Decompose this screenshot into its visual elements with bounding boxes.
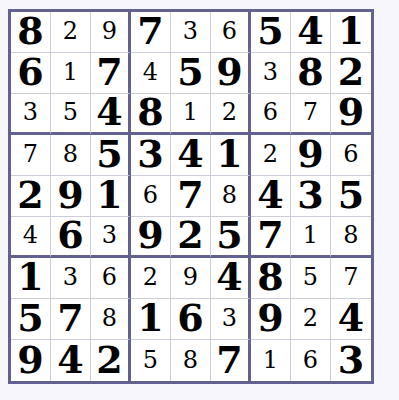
cell-r1c9[interactable]: 1 xyxy=(331,12,371,53)
cell-r8c5[interactable]: 6 xyxy=(171,299,211,340)
cell-r1c4[interactable]: 7 xyxy=(131,12,171,53)
digit-small: 2 xyxy=(63,19,78,43)
digit-large: 7 xyxy=(96,53,122,91)
cell-r5c4[interactable]: 6 xyxy=(131,176,171,217)
digit-large: 1 xyxy=(338,12,364,50)
cell-r7c3[interactable]: 6 xyxy=(91,258,131,299)
cell-r1c6[interactable]: 6 xyxy=(211,12,251,53)
cell-r4c3[interactable]: 5 xyxy=(91,135,131,176)
cell-r2c3[interactable]: 7 xyxy=(91,53,131,94)
digit-large: 4 xyxy=(177,135,203,173)
cell-r4c2[interactable]: 8 xyxy=(51,135,91,176)
digit-large: 4 xyxy=(216,258,242,296)
cell-r6c4[interactable]: 9 xyxy=(131,217,171,258)
cell-r4c8[interactable]: 9 xyxy=(291,135,331,176)
cell-r3c3[interactable]: 4 xyxy=(91,94,131,135)
cell-r9c4[interactable]: 5 xyxy=(131,340,171,381)
digit-small: 3 xyxy=(222,306,237,330)
digit-small: 9 xyxy=(183,265,198,289)
digit-small: 6 xyxy=(343,142,358,166)
cell-r4c4[interactable]: 3 xyxy=(131,135,171,176)
cell-r2c7[interactable]: 3 xyxy=(251,53,291,94)
cell-r7c4[interactable]: 2 xyxy=(131,258,171,299)
cell-r2c1[interactable]: 6 xyxy=(11,53,51,94)
digit-small: 7 xyxy=(23,142,38,166)
digit-large: 5 xyxy=(96,135,122,173)
cell-r9c2[interactable]: 4 xyxy=(51,340,91,381)
digit-large: 5 xyxy=(257,12,283,50)
cell-r8c1[interactable]: 5 xyxy=(11,299,51,340)
cell-r9c5[interactable]: 8 xyxy=(171,340,211,381)
cell-r6c8[interactable]: 1 xyxy=(291,217,331,258)
digit-large: 7 xyxy=(137,12,163,50)
digit-small: 2 xyxy=(263,142,278,166)
digit-small: 7 xyxy=(343,265,358,289)
digit-small: 6 xyxy=(143,183,158,207)
cell-r5c8[interactable]: 3 xyxy=(291,176,331,217)
digit-large: 2 xyxy=(96,341,122,379)
cell-r8c9[interactable]: 4 xyxy=(331,299,371,340)
cell-r9c7[interactable]: 1 xyxy=(251,340,291,381)
cell-r2c6[interactable]: 9 xyxy=(211,53,251,94)
cell-r5c7[interactable]: 4 xyxy=(251,176,291,217)
cell-r8c4[interactable]: 1 xyxy=(131,299,171,340)
cell-r6c7[interactable]: 7 xyxy=(251,217,291,258)
digit-small: 2 xyxy=(303,306,318,330)
digit-small: 9 xyxy=(102,19,117,43)
cell-r7c6[interactable]: 4 xyxy=(211,258,251,299)
digit-small: 4 xyxy=(143,60,158,84)
digit-small: 3 xyxy=(183,19,198,43)
digit-large: 2 xyxy=(338,53,364,91)
cell-r5c5[interactable]: 7 xyxy=(171,176,211,217)
digit-large: 7 xyxy=(177,176,203,214)
digit-large: 6 xyxy=(57,216,83,254)
cell-r2c2[interactable]: 1 xyxy=(51,53,91,94)
cell-r6c6[interactable]: 5 xyxy=(211,217,251,258)
digit-large: 2 xyxy=(177,216,203,254)
digit-small: 8 xyxy=(183,348,198,372)
cell-r7c8[interactable]: 5 xyxy=(291,258,331,299)
cell-r3c9[interactable]: 9 xyxy=(331,94,371,135)
digit-small: 1 xyxy=(263,348,278,372)
cell-r1c8[interactable]: 4 xyxy=(291,12,331,53)
cell-r6c9[interactable]: 8 xyxy=(331,217,371,258)
digit-large: 1 xyxy=(96,176,122,214)
cell-r9c3[interactable]: 2 xyxy=(91,340,131,381)
cell-r3c5[interactable]: 1 xyxy=(171,94,211,135)
cell-r9c1[interactable]: 9 xyxy=(11,340,51,381)
digit-large: 1 xyxy=(137,299,163,337)
digit-large: 3 xyxy=(297,176,323,214)
digit-large: 1 xyxy=(17,258,43,296)
digit-small: 5 xyxy=(143,348,158,372)
digit-large: 4 xyxy=(297,12,323,50)
digit-small: 3 xyxy=(63,265,78,289)
cell-r8c7[interactable]: 9 xyxy=(251,299,291,340)
sudoku-board: 8297365416174593823548126797853412962916… xyxy=(8,9,374,384)
digit-small: 1 xyxy=(63,60,78,84)
digit-small: 2 xyxy=(222,100,237,124)
cell-r1c3[interactable]: 9 xyxy=(91,12,131,53)
digit-large: 3 xyxy=(137,135,163,173)
digit-large: 5 xyxy=(216,216,242,254)
digit-large: 7 xyxy=(57,299,83,337)
digit-large: 9 xyxy=(297,135,323,173)
digit-large: 8 xyxy=(297,53,323,91)
cell-r8c2[interactable]: 7 xyxy=(51,299,91,340)
digit-large: 3 xyxy=(338,341,364,379)
cell-r1c7[interactable]: 5 xyxy=(251,12,291,53)
digit-large: 5 xyxy=(177,53,203,91)
digit-small: 8 xyxy=(343,223,358,247)
digit-large: 9 xyxy=(137,216,163,254)
digit-large: 4 xyxy=(57,341,83,379)
cell-r9c9[interactable]: 3 xyxy=(331,340,371,381)
digit-large: 4 xyxy=(257,176,283,214)
cell-r3c4[interactable]: 8 xyxy=(131,94,171,135)
cell-r6c3[interactable]: 3 xyxy=(91,217,131,258)
cell-r1c5[interactable]: 3 xyxy=(171,12,211,53)
cell-r3c6[interactable]: 2 xyxy=(211,94,251,135)
digit-small: 6 xyxy=(303,348,318,372)
digit-small: 7 xyxy=(303,100,318,124)
cell-r7c2[interactable]: 3 xyxy=(51,258,91,299)
cell-r9c8[interactable]: 6 xyxy=(291,340,331,381)
digit-large: 6 xyxy=(17,53,43,91)
digit-large: 9 xyxy=(57,176,83,214)
cell-r6c5[interactable]: 2 xyxy=(171,217,211,258)
cell-r3c7[interactable]: 6 xyxy=(251,94,291,135)
digit-small: 8 xyxy=(102,306,117,330)
cell-r3c2[interactable]: 5 xyxy=(51,94,91,135)
digit-small: 4 xyxy=(23,223,38,247)
cell-r2c8[interactable]: 8 xyxy=(291,53,331,94)
digit-small: 3 xyxy=(102,223,117,247)
cell-r1c1[interactable]: 8 xyxy=(11,12,51,53)
cell-r4c7[interactable]: 2 xyxy=(251,135,291,176)
cell-r5c2[interactable]: 9 xyxy=(51,176,91,217)
digit-small: 1 xyxy=(183,100,198,124)
digit-large: 8 xyxy=(137,93,163,131)
digit-large: 7 xyxy=(257,216,283,254)
cell-r3c8[interactable]: 7 xyxy=(291,94,331,135)
cell-r5c1[interactable]: 2 xyxy=(11,176,51,217)
cell-r5c6[interactable]: 8 xyxy=(211,176,251,217)
digit-small: 8 xyxy=(222,183,237,207)
cell-r1c2[interactable]: 2 xyxy=(51,12,91,53)
digit-small: 5 xyxy=(63,100,78,124)
digit-large: 2 xyxy=(17,176,43,214)
digit-small: 3 xyxy=(23,100,38,124)
digit-small: 6 xyxy=(222,19,237,43)
digit-large: 5 xyxy=(17,299,43,337)
digit-small: 8 xyxy=(63,142,78,166)
digit-large: 1 xyxy=(216,135,242,173)
digit-large: 8 xyxy=(17,12,43,50)
cell-r9c6[interactable]: 7 xyxy=(211,340,251,381)
cell-r6c1[interactable]: 4 xyxy=(11,217,51,258)
cell-r8c6[interactable]: 3 xyxy=(211,299,251,340)
cell-r4c6[interactable]: 1 xyxy=(211,135,251,176)
digit-large: 9 xyxy=(216,53,242,91)
cell-r4c9[interactable]: 6 xyxy=(331,135,371,176)
cell-r5c3[interactable]: 1 xyxy=(91,176,131,217)
digit-large: 7 xyxy=(216,341,242,379)
cell-r7c7[interactable]: 8 xyxy=(251,258,291,299)
digit-large: 8 xyxy=(257,258,283,296)
digit-large: 9 xyxy=(338,93,364,131)
cell-r7c1[interactable]: 1 xyxy=(11,258,51,299)
cell-r6c2[interactable]: 6 xyxy=(51,217,91,258)
digit-large: 4 xyxy=(338,299,364,337)
digit-large: 9 xyxy=(257,299,283,337)
digit-small: 6 xyxy=(102,265,117,289)
digit-small: 2 xyxy=(143,265,158,289)
digit-small: 6 xyxy=(263,100,278,124)
cell-r8c3[interactable]: 8 xyxy=(91,299,131,340)
cell-r2c9[interactable]: 2 xyxy=(331,53,371,94)
cell-r2c5[interactable]: 5 xyxy=(171,53,211,94)
digit-large: 6 xyxy=(177,299,203,337)
cell-r8c8[interactable]: 2 xyxy=(291,299,331,340)
digit-small: 1 xyxy=(303,223,318,247)
digit-large: 5 xyxy=(338,176,364,214)
digit-small: 5 xyxy=(303,265,318,289)
digit-large: 4 xyxy=(96,93,122,131)
cell-r4c5[interactable]: 4 xyxy=(171,135,211,176)
digit-large: 9 xyxy=(17,341,43,379)
cell-r2c4[interactable]: 4 xyxy=(131,53,171,94)
cell-r7c9[interactable]: 7 xyxy=(331,258,371,299)
cell-r4c1[interactable]: 7 xyxy=(11,135,51,176)
cell-r5c9[interactable]: 5 xyxy=(331,176,371,217)
digit-small: 3 xyxy=(263,60,278,84)
cell-r3c1[interactable]: 3 xyxy=(11,94,51,135)
cell-r7c5[interactable]: 9 xyxy=(171,258,211,299)
